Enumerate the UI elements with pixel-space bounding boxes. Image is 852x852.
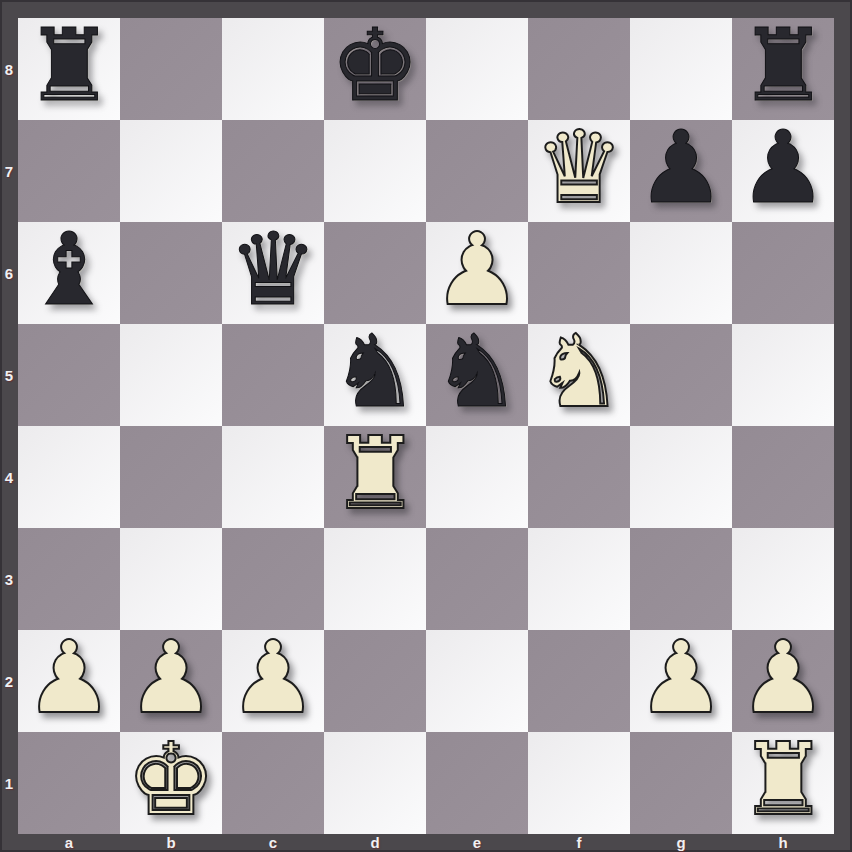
file-label-f: f [528, 834, 630, 852]
square-e7[interactable] [426, 120, 528, 222]
chess-board: ♜♚♜♛♟♟♝♛♟♞♞♞♜♟♟♟♟♟♚♜ 87654321 abcdefgh [0, 0, 852, 852]
square-b8[interactable] [120, 18, 222, 120]
square-b1[interactable]: ♚ [120, 732, 222, 834]
rank-label-2: 2 [0, 630, 18, 732]
file-label-a: a [18, 834, 120, 852]
file-label-d: d [324, 834, 426, 852]
file-label-e: e [426, 834, 528, 852]
square-a3[interactable] [18, 528, 120, 630]
black-pawn-g7[interactable]: ♟ [636, 117, 726, 219]
square-f6[interactable] [528, 222, 630, 324]
square-b2[interactable]: ♟ [120, 630, 222, 732]
square-b3[interactable] [120, 528, 222, 630]
square-h3[interactable] [732, 528, 834, 630]
square-g6[interactable] [630, 222, 732, 324]
square-b6[interactable] [120, 222, 222, 324]
square-g2[interactable]: ♟ [630, 630, 732, 732]
square-a6[interactable]: ♝ [18, 222, 120, 324]
square-a1[interactable] [18, 732, 120, 834]
rank-label-4: 4 [0, 426, 18, 528]
square-e8[interactable] [426, 18, 528, 120]
black-bishop-a6[interactable]: ♝ [24, 219, 114, 321]
square-b4[interactable] [120, 426, 222, 528]
square-d4[interactable]: ♜ [324, 426, 426, 528]
square-f2[interactable] [528, 630, 630, 732]
square-g5[interactable] [630, 324, 732, 426]
square-d2[interactable] [324, 630, 426, 732]
white-pawn-a2[interactable]: ♟ [24, 627, 114, 729]
square-h7[interactable]: ♟ [732, 120, 834, 222]
square-e1[interactable] [426, 732, 528, 834]
square-c5[interactable] [222, 324, 324, 426]
square-d1[interactable] [324, 732, 426, 834]
black-pawn-h7[interactable]: ♟ [738, 117, 828, 219]
white-rook-h1[interactable]: ♜ [738, 729, 828, 831]
square-d5[interactable]: ♞ [324, 324, 426, 426]
square-h6[interactable] [732, 222, 834, 324]
file-label-g: g [630, 834, 732, 852]
square-g7[interactable]: ♟ [630, 120, 732, 222]
rank-label-1: 1 [0, 732, 18, 834]
square-c2[interactable]: ♟ [222, 630, 324, 732]
white-queen-f7[interactable]: ♛ [534, 117, 624, 219]
square-e5[interactable]: ♞ [426, 324, 528, 426]
file-label-c: c [222, 834, 324, 852]
rank-label-8: 8 [0, 18, 18, 120]
square-g4[interactable] [630, 426, 732, 528]
square-b7[interactable] [120, 120, 222, 222]
square-f1[interactable] [528, 732, 630, 834]
square-g3[interactable] [630, 528, 732, 630]
black-knight-e5[interactable]: ♞ [432, 321, 522, 423]
rank-label-5: 5 [0, 324, 18, 426]
square-d3[interactable] [324, 528, 426, 630]
black-rook-a8[interactable]: ♜ [24, 15, 114, 117]
square-e4[interactable] [426, 426, 528, 528]
square-d6[interactable] [324, 222, 426, 324]
white-pawn-b2[interactable]: ♟ [126, 627, 216, 729]
square-a8[interactable]: ♜ [18, 18, 120, 120]
square-f7[interactable]: ♛ [528, 120, 630, 222]
square-f4[interactable] [528, 426, 630, 528]
black-queen-c6[interactable]: ♛ [228, 219, 318, 321]
square-f5[interactable]: ♞ [528, 324, 630, 426]
square-a2[interactable]: ♟ [18, 630, 120, 732]
white-pawn-g2[interactable]: ♟ [636, 627, 726, 729]
black-king-d8[interactable]: ♚ [330, 15, 420, 117]
square-h1[interactable]: ♜ [732, 732, 834, 834]
square-e2[interactable] [426, 630, 528, 732]
white-king-b1[interactable]: ♚ [126, 729, 216, 831]
square-g8[interactable] [630, 18, 732, 120]
square-a4[interactable] [18, 426, 120, 528]
rank-label-7: 7 [0, 120, 18, 222]
white-pawn-e6[interactable]: ♟ [432, 219, 522, 321]
black-rook-h8[interactable]: ♜ [738, 15, 828, 117]
rank-label-3: 3 [0, 528, 18, 630]
board-grid: ♜♚♜♛♟♟♝♛♟♞♞♞♜♟♟♟♟♟♚♜ [18, 18, 834, 834]
file-label-h: h [732, 834, 834, 852]
white-pawn-c2[interactable]: ♟ [228, 627, 318, 729]
square-h4[interactable] [732, 426, 834, 528]
square-a7[interactable] [18, 120, 120, 222]
square-c8[interactable] [222, 18, 324, 120]
square-d7[interactable] [324, 120, 426, 222]
square-c1[interactable] [222, 732, 324, 834]
square-h5[interactable] [732, 324, 834, 426]
square-h8[interactable]: ♜ [732, 18, 834, 120]
square-c4[interactable] [222, 426, 324, 528]
black-knight-d5[interactable]: ♞ [330, 321, 420, 423]
square-c6[interactable]: ♛ [222, 222, 324, 324]
file-label-b: b [120, 834, 222, 852]
square-f3[interactable] [528, 528, 630, 630]
square-c7[interactable] [222, 120, 324, 222]
square-d8[interactable]: ♚ [324, 18, 426, 120]
square-h2[interactable]: ♟ [732, 630, 834, 732]
white-pawn-h2[interactable]: ♟ [738, 627, 828, 729]
white-knight-f5[interactable]: ♞ [534, 321, 624, 423]
rank-label-6: 6 [0, 222, 18, 324]
square-a5[interactable] [18, 324, 120, 426]
white-rook-d4[interactable]: ♜ [330, 423, 420, 525]
square-e3[interactable] [426, 528, 528, 630]
square-b5[interactable] [120, 324, 222, 426]
square-e6[interactable]: ♟ [426, 222, 528, 324]
square-g1[interactable] [630, 732, 732, 834]
square-c3[interactable] [222, 528, 324, 630]
square-f8[interactable] [528, 18, 630, 120]
